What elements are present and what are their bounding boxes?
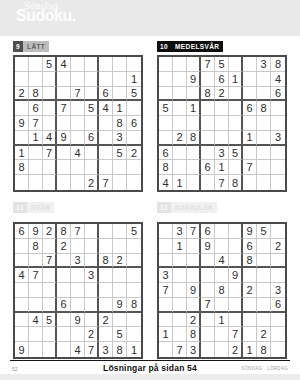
sudoku-cell-r9c6: 7 bbox=[85, 342, 99, 357]
sudoku-cell-r7c7 bbox=[243, 146, 257, 161]
sudoku-cell-r9c9 bbox=[127, 175, 141, 190]
sudoku-cell-r2c1 bbox=[15, 72, 29, 87]
sudoku-cell-r7c9: 2 bbox=[127, 146, 141, 161]
sudoku-cell-r1c8: 3 bbox=[257, 57, 271, 72]
sudoku-cell-r6c5 bbox=[71, 131, 85, 146]
sudoku-cell-r7c2 bbox=[173, 313, 187, 328]
sudoku-cell-r2c4: 9 bbox=[201, 239, 215, 254]
sudoku-cell-r2c7: 6 bbox=[243, 239, 257, 254]
sudoku-cell-r2c7 bbox=[243, 72, 257, 87]
sudoku-cell-r3c3 bbox=[187, 87, 201, 102]
sudoku-cell-r9c1: 4 bbox=[159, 175, 173, 190]
sudoku-cell-r6c1 bbox=[159, 298, 173, 313]
sudoku-cell-r4c1: 4 bbox=[15, 268, 29, 283]
sudoku-cell-r5c4 bbox=[57, 283, 71, 298]
sudoku-cell-r7c6 bbox=[229, 313, 243, 328]
sudoku-cell-r9c8: 8 bbox=[113, 342, 127, 357]
sudoku-cell-r9c3 bbox=[43, 342, 57, 357]
sudoku-cell-r8c2 bbox=[29, 327, 43, 342]
sudoku-cell-r4c5 bbox=[71, 101, 85, 116]
sudoku-cell-r8c5: 1 bbox=[215, 160, 229, 175]
sudoku-cell-r6c7 bbox=[99, 298, 113, 313]
sudoku-cell-r5c8 bbox=[257, 283, 271, 298]
sudoku-cell-r4c6: 5 bbox=[85, 101, 99, 116]
sudoku-cell-r3c7: 8 bbox=[99, 254, 113, 269]
sudoku-cell-r7c8: 5 bbox=[113, 146, 127, 161]
sudoku-cell-r8c5 bbox=[71, 327, 85, 342]
sudoku-cell-r5c5 bbox=[71, 116, 85, 131]
sudoku-cell-r6c2 bbox=[29, 298, 43, 313]
sudoku-cell-r2c8 bbox=[257, 239, 271, 254]
sudoku-cell-r7c7 bbox=[243, 313, 257, 328]
sudoku-cell-r4c5 bbox=[215, 101, 229, 116]
sudoku-cell-r1c3: 5 bbox=[43, 57, 57, 72]
sudoku-cell-r7c1 bbox=[15, 313, 29, 328]
sudoku-cell-r7c8 bbox=[257, 146, 271, 161]
sudoku-cell-r3c4 bbox=[201, 254, 215, 269]
sudoku-cell-r6c9: 3 bbox=[271, 131, 285, 146]
sudoku-cell-r3c3 bbox=[187, 254, 201, 269]
sudoku-cell-r9c2 bbox=[29, 175, 43, 190]
sudoku-cell-r1c7 bbox=[243, 57, 257, 72]
sudoku-cell-r3c2 bbox=[173, 87, 187, 102]
sudoku-cell-r9c5 bbox=[215, 342, 229, 357]
sudoku-cell-r3c9: 5 bbox=[127, 87, 141, 102]
sudoku-cell-r9c1: 9 bbox=[15, 342, 29, 357]
sudoku-cell-r2c2 bbox=[173, 72, 187, 87]
sudoku-cell-r4c1: 5 bbox=[159, 101, 173, 116]
sudoku-cell-r1c9 bbox=[271, 224, 285, 239]
sudoku-cell-r1c6 bbox=[229, 224, 243, 239]
sudoku-cell-r8c2 bbox=[173, 327, 187, 342]
sudoku-cell-r4c9 bbox=[271, 101, 285, 116]
sudoku-cell-r9c1 bbox=[159, 342, 173, 357]
sudoku-cell-r3c2: 8 bbox=[29, 87, 43, 102]
sudoku-cell-r4c4 bbox=[201, 101, 215, 116]
sudoku-page: Söndag Sudoku. 9 LÄTT 10 MEDELSVÅR 54128… bbox=[0, 0, 300, 380]
sudoku-cell-r4c6 bbox=[229, 101, 243, 116]
sudoku-cell-r4c3 bbox=[43, 101, 57, 116]
sudoku-cell-r9c8: 8 bbox=[257, 342, 271, 357]
sudoku-cell-r7c3: 7 bbox=[43, 146, 57, 161]
sudoku-cell-r4c8: 1 bbox=[113, 101, 127, 116]
sudoku-cell-r3c1 bbox=[159, 254, 173, 269]
sudoku-cell-r7c4 bbox=[201, 313, 215, 328]
sudoku-cell-r7c6 bbox=[85, 146, 99, 161]
sudoku-cell-r5c8 bbox=[113, 283, 127, 298]
puzzle-11-badge: 11 SVÅR bbox=[13, 202, 54, 213]
sudoku-grid-9-latt: 541287656754197861496317452827 bbox=[13, 55, 143, 192]
sudoku-cell-r4c4: 7 bbox=[57, 101, 71, 116]
sudoku-cell-r3c7: 6 bbox=[99, 87, 113, 102]
sudoku-cell-r3c8 bbox=[257, 254, 271, 269]
sudoku-cell-r9c5: 4 bbox=[71, 342, 85, 357]
sudoku-cell-r8c7 bbox=[99, 327, 113, 342]
sudoku-cell-r2c6: 1 bbox=[229, 72, 243, 87]
sudoku-cell-r5c8: 8 bbox=[113, 116, 127, 131]
sudoku-cell-r7c9 bbox=[127, 313, 141, 328]
sudoku-cell-r3c6 bbox=[85, 254, 99, 269]
sudoku-cell-r5c3 bbox=[187, 116, 201, 131]
sudoku-cell-r1c9: 5 bbox=[127, 224, 141, 239]
sudoku-cell-r5c7: 2 bbox=[243, 283, 257, 298]
sudoku-cell-r6c7 bbox=[243, 298, 257, 313]
sudoku-cell-r4c5 bbox=[215, 268, 229, 283]
sudoku-cell-r6c5 bbox=[215, 298, 229, 313]
sudoku-cell-r5c2 bbox=[29, 283, 43, 298]
sudoku-cell-r1c7 bbox=[99, 224, 113, 239]
footer-divider bbox=[10, 360, 290, 361]
sudoku-cell-r6c7 bbox=[99, 131, 113, 146]
puzzle-11-number: 11 bbox=[13, 202, 27, 213]
sudoku-cell-r7c3: 2 bbox=[187, 313, 201, 328]
sudoku-cell-r1c9: 8 bbox=[271, 57, 285, 72]
sudoku-cell-r2c6 bbox=[229, 239, 243, 254]
sudoku-cell-r8c9 bbox=[271, 160, 285, 175]
sudoku-cell-r8c8 bbox=[113, 160, 127, 175]
sudoku-cell-r1c8 bbox=[113, 57, 127, 72]
sudoku-cell-r1c6 bbox=[85, 57, 99, 72]
sudoku-cell-r1c1 bbox=[15, 57, 29, 72]
sudoku-cell-r2c3: 9 bbox=[187, 72, 201, 87]
sudoku-cell-r6c1 bbox=[15, 131, 29, 146]
sudoku-cell-r9c6: 8 bbox=[229, 175, 243, 190]
sudoku-cell-r5c6 bbox=[229, 283, 243, 298]
sudoku-cell-r3c7 bbox=[243, 87, 257, 102]
sudoku-cell-r4c2 bbox=[173, 268, 187, 283]
sudoku-cell-r7c9 bbox=[271, 313, 285, 328]
sudoku-cell-r6c8 bbox=[257, 298, 271, 313]
sudoku-cell-r1c9 bbox=[127, 57, 141, 72]
sudoku-cell-r5c3: 9 bbox=[187, 283, 201, 298]
sudoku-cell-r7c1: 6 bbox=[159, 146, 173, 161]
sudoku-cell-r7c5: 4 bbox=[71, 146, 85, 161]
sudoku-cell-r1c2 bbox=[173, 57, 187, 72]
sudoku-cell-r9c5: 7 bbox=[215, 175, 229, 190]
sudoku-cell-r7c2: 4 bbox=[29, 313, 43, 328]
sudoku-cell-r6c9: 8 bbox=[127, 298, 141, 313]
sudoku-cell-r2c3 bbox=[43, 72, 57, 87]
sudoku-cell-r4c5 bbox=[71, 268, 85, 283]
sudoku-cell-r1c4: 6 bbox=[201, 224, 215, 239]
sudoku-cell-r8c8 bbox=[257, 160, 271, 175]
sudoku-cell-r4c3 bbox=[187, 268, 201, 283]
sudoku-cell-r2c1 bbox=[15, 239, 29, 254]
sudoku-cell-r2c3 bbox=[187, 239, 201, 254]
sudoku-cell-r8c8: 5 bbox=[113, 327, 127, 342]
sudoku-cell-r3c1 bbox=[159, 87, 173, 102]
puzzle-12-number: 12 bbox=[157, 202, 171, 213]
sudoku-cell-r8c3 bbox=[43, 160, 57, 175]
sudoku-cell-r9c6: 2 bbox=[85, 175, 99, 190]
header-band: Söndag Sudoku. bbox=[0, 0, 300, 36]
sudoku-cell-r9c6: 2 bbox=[229, 342, 243, 357]
sudoku-cell-r1c6 bbox=[229, 57, 243, 72]
sudoku-cell-r1c6 bbox=[85, 224, 99, 239]
sudoku-cell-r2c6 bbox=[85, 239, 99, 254]
sudoku-cell-r4c8 bbox=[113, 268, 127, 283]
sudoku-cell-r3c1: 2 bbox=[15, 87, 29, 102]
sudoku-cell-r5c6 bbox=[85, 283, 99, 298]
sudoku-cell-r6c6 bbox=[85, 298, 99, 313]
sudoku-cell-r2c5 bbox=[215, 239, 229, 254]
sudoku-cell-r1c4: 8 bbox=[57, 224, 71, 239]
sudoku-cell-r4c3: 1 bbox=[187, 101, 201, 116]
sudoku-cell-r9c8 bbox=[257, 175, 271, 190]
sudoku-cell-r8c8: 2 bbox=[257, 327, 271, 342]
sudoku-cell-r6c2: 2 bbox=[173, 131, 187, 146]
sudoku-cell-r1c5 bbox=[71, 57, 85, 72]
sudoku-cell-r8c1: 1 bbox=[159, 327, 173, 342]
sudoku-cell-r9c7: 1 bbox=[243, 342, 257, 357]
sudoku-cell-r4c2: 6 bbox=[29, 101, 43, 116]
sudoku-cell-r6c3 bbox=[43, 298, 57, 313]
sudoku-cell-r8c3 bbox=[43, 327, 57, 342]
sudoku-grid-10-medelsvar: 753896148265168281363586174178 bbox=[157, 55, 287, 192]
sudoku-cell-r4c2: 7 bbox=[29, 268, 43, 283]
puzzle-9-difficulty-label: LÄTT bbox=[23, 41, 49, 52]
sudoku-cell-r6c9 bbox=[127, 131, 141, 146]
sudoku-cell-r7c3 bbox=[187, 146, 201, 161]
sudoku-cell-r7c1: 1 bbox=[15, 146, 29, 161]
sudoku-cell-r3c1 bbox=[15, 254, 29, 269]
sudoku-cell-r6c7: 1 bbox=[243, 131, 257, 146]
sudoku-cell-r1c7 bbox=[99, 57, 113, 72]
sudoku-cell-r7c4 bbox=[201, 146, 215, 161]
sudoku-cell-r5c4 bbox=[57, 116, 71, 131]
sudoku-cell-r3c9 bbox=[271, 254, 285, 269]
sudoku-cell-r5c1: 9 bbox=[15, 116, 29, 131]
sudoku-cell-r2c5: 6 bbox=[215, 72, 229, 87]
sudoku-cell-r6c2 bbox=[173, 298, 187, 313]
sudoku-cell-r8c7: 7 bbox=[243, 160, 257, 175]
sudoku-cell-r7c2 bbox=[29, 146, 43, 161]
page-number: 52 bbox=[12, 366, 18, 372]
sudoku-cell-r2c7 bbox=[99, 72, 113, 87]
sudoku-cell-r9c3 bbox=[187, 175, 201, 190]
sudoku-cell-r2c1 bbox=[159, 239, 173, 254]
sudoku-cell-r8c1: 8 bbox=[15, 160, 29, 175]
puzzle-10-badge: 10 MEDELSVÅR bbox=[157, 41, 223, 52]
sudoku-cell-r7c5: 3 bbox=[215, 146, 229, 161]
sudoku-cell-r4c8 bbox=[257, 268, 271, 283]
sudoku-cell-r3c4: 8 bbox=[201, 87, 215, 102]
sudoku-cell-r5c6 bbox=[85, 116, 99, 131]
sudoku-cell-r9c4 bbox=[201, 342, 215, 357]
sudoku-cell-r5c1: 7 bbox=[159, 283, 173, 298]
puzzle-12-badge: 12 DJÄVULSK bbox=[157, 202, 217, 213]
sudoku-cell-r9c2: 1 bbox=[173, 175, 187, 190]
sudoku-cell-r9c4 bbox=[201, 175, 215, 190]
sudoku-cell-r6c8: 3 bbox=[113, 131, 127, 146]
puzzle-10-difficulty-label: MEDELSVÅR bbox=[171, 41, 223, 52]
sudoku-cell-r2c5 bbox=[71, 239, 85, 254]
sudoku-cell-r8c6 bbox=[229, 160, 243, 175]
sudoku-cell-r7c2 bbox=[173, 146, 187, 161]
sudoku-cell-r1c8 bbox=[113, 224, 127, 239]
sudoku-cell-r8c6 bbox=[85, 160, 99, 175]
sudoku-cell-r1c2: 3 bbox=[173, 224, 187, 239]
puzzle-12-difficulty-label: DJÄVULSK bbox=[171, 202, 217, 213]
sudoku-cell-r1c3 bbox=[187, 57, 201, 72]
sudoku-cell-r8c1: 8 bbox=[159, 160, 173, 175]
sudoku-cell-r2c1 bbox=[159, 72, 173, 87]
sudoku-cell-r9c8 bbox=[113, 175, 127, 190]
sudoku-cell-r7c5: 9 bbox=[71, 313, 85, 328]
sudoku-cell-r8c4 bbox=[201, 327, 215, 342]
sudoku-cell-r8c9 bbox=[127, 327, 141, 342]
sudoku-cell-r1c5 bbox=[215, 224, 229, 239]
sudoku-cell-r4c8: 8 bbox=[257, 101, 271, 116]
sudoku-cell-r9c2 bbox=[29, 342, 43, 357]
sudoku-cell-r6c4: 9 bbox=[57, 131, 71, 146]
sudoku-cell-r5c9 bbox=[127, 283, 141, 298]
sudoku-cell-r5c9: 6 bbox=[127, 116, 141, 131]
sudoku-cell-r4c6: 9 bbox=[229, 268, 243, 283]
sudoku-cell-r6c3: 4 bbox=[43, 131, 57, 146]
sudoku-cell-r4c1 bbox=[15, 101, 29, 116]
sudoku-cell-r4c6: 3 bbox=[85, 268, 99, 283]
sudoku-cell-r8c6: 2 bbox=[85, 327, 99, 342]
sudoku-cell-r5c6 bbox=[229, 116, 243, 131]
sudoku-cell-r2c3 bbox=[43, 239, 57, 254]
sudoku-cell-r3c5: 2 bbox=[215, 87, 229, 102]
sudoku-cell-r3c2 bbox=[29, 254, 43, 269]
sudoku-cell-r4c9 bbox=[271, 268, 285, 283]
sudoku-cell-r4c9 bbox=[127, 101, 141, 116]
sudoku-cell-r9c3: 3 bbox=[187, 342, 201, 357]
sudoku-cell-r9c3 bbox=[43, 175, 57, 190]
sudoku-cell-r6c4 bbox=[201, 131, 215, 146]
sudoku-cell-r8c9 bbox=[127, 160, 141, 175]
sudoku-cell-r8c4 bbox=[57, 327, 71, 342]
sudoku-cell-r6c6 bbox=[229, 131, 243, 146]
puzzle-10-number: 10 bbox=[157, 41, 171, 52]
sudoku-cell-r3c4 bbox=[57, 254, 71, 269]
sudoku-cell-r6c3: 8 bbox=[187, 131, 201, 146]
sudoku-cell-r9c2: 7 bbox=[173, 342, 187, 357]
edition-text: SÖNDAG · LÖRDAG bbox=[241, 366, 288, 371]
sudoku-cell-r4c7 bbox=[243, 268, 257, 283]
sudoku-cell-r1c5: 5 bbox=[215, 57, 229, 72]
sudoku-cell-r9c9: 1 bbox=[127, 342, 141, 357]
sudoku-cell-r6c8 bbox=[257, 131, 271, 146]
sudoku-cell-r8c4: 6 bbox=[201, 160, 215, 175]
logo-main-text: Sudoku. bbox=[16, 7, 76, 24]
sudoku-cell-r5c3 bbox=[43, 116, 57, 131]
sudoku-cell-r3c5: 3 bbox=[71, 254, 85, 269]
sudoku-cell-r3c5: 7 bbox=[71, 87, 85, 102]
sudoku-cell-r2c9: 4 bbox=[271, 72, 285, 87]
sudoku-cell-r1c4: 4 bbox=[57, 57, 71, 72]
sudoku-cell-r5c9: 3 bbox=[271, 283, 285, 298]
puzzle-9-number: 9 bbox=[13, 41, 23, 52]
sudoku-logo: Söndag Sudoku. bbox=[16, 2, 76, 24]
sudoku-cell-r6c4: 7 bbox=[201, 298, 215, 313]
sudoku-cell-r9c9 bbox=[271, 175, 285, 190]
sudoku-cell-r5c4 bbox=[201, 116, 215, 131]
sudoku-cell-r3c9 bbox=[127, 254, 141, 269]
sudoku-cell-r3c3 bbox=[43, 87, 57, 102]
sudoku-cell-r8c9 bbox=[271, 327, 285, 342]
sudoku-cell-r7c5: 1 bbox=[215, 313, 229, 328]
sudoku-cell-r2c4: 2 bbox=[57, 239, 71, 254]
sudoku-cell-r3c6 bbox=[85, 87, 99, 102]
sudoku-cell-r8c4 bbox=[57, 160, 71, 175]
sudoku-cell-r6c5 bbox=[71, 298, 85, 313]
sudoku-cell-r6c5 bbox=[215, 131, 229, 146]
sudoku-cell-r8c6: 7 bbox=[229, 327, 243, 342]
sudoku-cell-r1c8: 5 bbox=[257, 224, 271, 239]
sudoku-cell-r6c2: 1 bbox=[29, 131, 43, 146]
sudoku-cell-r7c7 bbox=[99, 146, 113, 161]
sudoku-cell-r1c1 bbox=[159, 57, 173, 72]
sudoku-cell-r7c3: 5 bbox=[43, 313, 57, 328]
sudoku-cell-r1c1 bbox=[159, 224, 173, 239]
puzzle-9-badge: 9 LÄTT bbox=[13, 41, 49, 52]
sudoku-cell-r7c8 bbox=[113, 313, 127, 328]
sudoku-grid-12-djavulsk: 3769519624839798237621187273218 bbox=[157, 222, 287, 359]
sudoku-cell-r4c7 bbox=[99, 268, 113, 283]
sudoku-cell-r3c5: 4 bbox=[215, 254, 229, 269]
sudoku-cell-r6c1 bbox=[15, 298, 29, 313]
sudoku-cell-r9c1 bbox=[15, 175, 29, 190]
sudoku-cell-r9c9 bbox=[271, 342, 285, 357]
sudoku-cell-r2c8 bbox=[113, 72, 127, 87]
sudoku-cell-r6c3 bbox=[187, 298, 201, 313]
sudoku-cell-r1c4: 7 bbox=[201, 57, 215, 72]
sudoku-cell-r5c5: 8 bbox=[215, 283, 229, 298]
sudoku-cell-r2c6 bbox=[85, 72, 99, 87]
sudoku-cell-r8c3 bbox=[187, 160, 201, 175]
sudoku-cell-r8c7 bbox=[99, 160, 113, 175]
sudoku-cell-r5c7 bbox=[99, 283, 113, 298]
sudoku-cell-r9c7: 7 bbox=[99, 175, 113, 190]
sudoku-cell-r8c2 bbox=[173, 160, 187, 175]
sudoku-cell-r3c8: 2 bbox=[113, 254, 127, 269]
sudoku-cell-r7c6: 5 bbox=[229, 146, 243, 161]
sudoku-cell-r2c5 bbox=[71, 72, 85, 87]
sudoku-cell-r7c4 bbox=[57, 146, 71, 161]
sudoku-cell-r1c2: 9 bbox=[29, 224, 43, 239]
sudoku-cell-r2c2: 1 bbox=[173, 239, 187, 254]
sudoku-cell-r3c6 bbox=[229, 87, 243, 102]
sudoku-cell-r7c7: 2 bbox=[99, 313, 113, 328]
sudoku-cell-r3c6 bbox=[229, 254, 243, 269]
sudoku-cell-r5c5 bbox=[71, 283, 85, 298]
sudoku-cell-r3c8 bbox=[113, 87, 127, 102]
sudoku-cell-r8c3: 8 bbox=[187, 327, 201, 342]
sudoku-cell-r7c6 bbox=[85, 313, 99, 328]
sudoku-cell-r7c8 bbox=[257, 313, 271, 328]
sudoku-cell-r3c2 bbox=[173, 254, 187, 269]
sudoku-cell-r6c4: 6 bbox=[57, 298, 71, 313]
sudoku-grid-11-svar: 692875827382473698459225947381 bbox=[13, 222, 143, 359]
sudoku-cell-r2c9: 2 bbox=[271, 239, 285, 254]
sudoku-cell-r2c4 bbox=[201, 72, 215, 87]
sudoku-cell-r8c5 bbox=[71, 160, 85, 175]
sudoku-cell-r4c1: 3 bbox=[159, 268, 173, 283]
sudoku-cell-r5c2 bbox=[173, 116, 187, 131]
sudoku-cell-r1c5: 7 bbox=[71, 224, 85, 239]
sudoku-cell-r6c6 bbox=[229, 298, 243, 313]
sudoku-cell-r6c1 bbox=[159, 131, 173, 146]
sudoku-cell-r9c7: 3 bbox=[99, 342, 113, 357]
sudoku-cell-r2c9 bbox=[127, 239, 141, 254]
sudoku-cell-r4c4 bbox=[201, 268, 215, 283]
sudoku-cell-r9c4 bbox=[57, 342, 71, 357]
sudoku-cell-r6c6: 6 bbox=[85, 131, 99, 146]
